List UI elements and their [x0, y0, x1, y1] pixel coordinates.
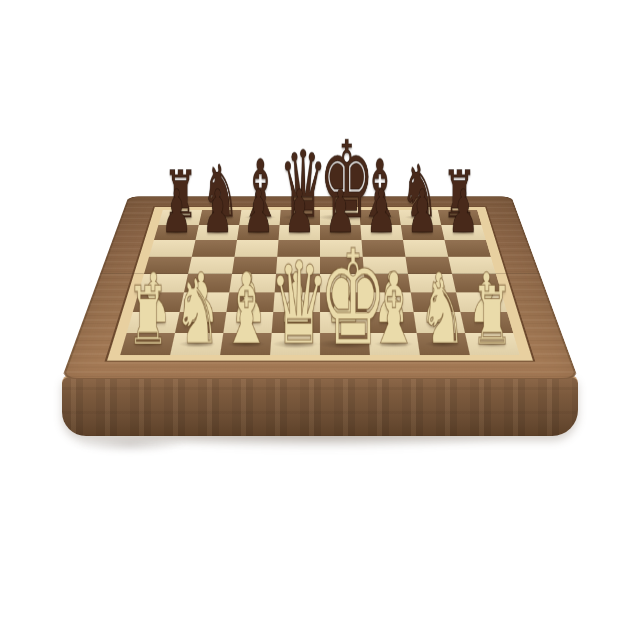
white-knight-b1[interactable]: ♞ — [171, 268, 223, 344]
white-rook-h1[interactable]: ♜ — [466, 276, 518, 344]
board-front-edge — [62, 375, 578, 436]
white-knight-g1[interactable]: ♞ — [417, 268, 469, 344]
white-rook-a1[interactable]: ♜ — [122, 276, 174, 344]
white-king-e1[interactable]: ♚ — [319, 232, 371, 344]
white-queen-d1[interactable]: ♛ — [270, 247, 322, 344]
chess-board: ♜♞♝♛♚♝♞♜♟♟♟♟♟♟♟♟♟♟♟♟♟♟♟♟♜♞♝♛♚♝♞♜ — [61, 196, 578, 379]
chess-set-photo: ♜♞♝♛♚♝♞♜♟♟♟♟♟♟♟♟♟♟♟♟♟♟♟♟♜♞♝♛♚♝♞♜ — [0, 0, 640, 640]
white-bishop-c1[interactable]: ♝ — [220, 260, 272, 344]
